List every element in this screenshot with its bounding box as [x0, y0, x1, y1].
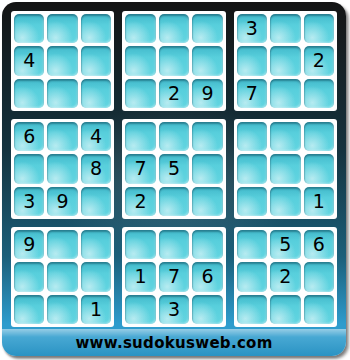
- cell-r4c9[interactable]: [304, 122, 334, 151]
- cell-r8c1[interactable]: [14, 262, 44, 291]
- cell-r4c3: 4: [81, 122, 111, 151]
- cell-r5c2[interactable]: [47, 154, 77, 183]
- sudoku-box-2: 29: [122, 11, 225, 111]
- cell-r6c3[interactable]: [81, 187, 111, 216]
- cell-r5c9[interactable]: [304, 154, 334, 183]
- cell-r1c1[interactable]: [14, 14, 44, 43]
- cell-r9c8[interactable]: [270, 295, 300, 324]
- cell-r5c3: 8: [81, 154, 111, 183]
- sudoku-box-3: 327: [234, 11, 337, 111]
- cell-r5c1[interactable]: [14, 154, 44, 183]
- cell-r6c8[interactable]: [270, 187, 300, 216]
- sudoku-box-1: 4: [11, 11, 114, 111]
- cell-r4c4[interactable]: [125, 122, 155, 151]
- cell-r6c7[interactable]: [237, 187, 267, 216]
- sudoku-box-4: 64839: [11, 119, 114, 219]
- sudoku-board-frame: 429327648397521911763562 www.sudokusweb.…: [2, 2, 346, 356]
- cell-r8c2[interactable]: [47, 262, 77, 291]
- sudoku-grid: 429327648397521911763562: [11, 11, 337, 327]
- cell-r6c6[interactable]: [192, 187, 222, 216]
- cell-r9c5: 3: [159, 295, 189, 324]
- cell-r9c1[interactable]: [14, 295, 44, 324]
- cell-r6c9: 1: [304, 187, 334, 216]
- cell-r2c4[interactable]: [125, 46, 155, 75]
- cell-r7c1: 9: [14, 230, 44, 259]
- cell-r9c6[interactable]: [192, 295, 222, 324]
- cell-r4c7[interactable]: [237, 122, 267, 151]
- sudoku-box-5: 752: [122, 119, 225, 219]
- cell-r4c5[interactable]: [159, 122, 189, 151]
- cell-r7c4[interactable]: [125, 230, 155, 259]
- cell-r5c4: 7: [125, 154, 155, 183]
- cell-r3c3[interactable]: [81, 79, 111, 108]
- cell-r3c5: 2: [159, 79, 189, 108]
- cell-r8c3[interactable]: [81, 262, 111, 291]
- cell-r9c2[interactable]: [47, 295, 77, 324]
- cell-r2c1: 4: [14, 46, 44, 75]
- cell-r3c9[interactable]: [304, 79, 334, 108]
- cell-r3c1[interactable]: [14, 79, 44, 108]
- cell-r6c4: 2: [125, 187, 155, 216]
- cell-r8c4: 1: [125, 262, 155, 291]
- cell-r3c2[interactable]: [47, 79, 77, 108]
- cell-r8c7[interactable]: [237, 262, 267, 291]
- cell-r8c6: 6: [192, 262, 222, 291]
- cell-r1c6[interactable]: [192, 14, 222, 43]
- cell-r7c9: 6: [304, 230, 334, 259]
- cell-r2c5[interactable]: [159, 46, 189, 75]
- cell-r5c7[interactable]: [237, 154, 267, 183]
- cell-r7c7[interactable]: [237, 230, 267, 259]
- cell-r9c3: 1: [81, 295, 111, 324]
- cell-r4c2[interactable]: [47, 122, 77, 151]
- cell-r9c4[interactable]: [125, 295, 155, 324]
- cell-r3c4[interactable]: [125, 79, 155, 108]
- cell-r1c2[interactable]: [47, 14, 77, 43]
- cell-r9c9[interactable]: [304, 295, 334, 324]
- cell-r1c9[interactable]: [304, 14, 334, 43]
- cell-r8c5: 7: [159, 262, 189, 291]
- cell-r2c7[interactable]: [237, 46, 267, 75]
- cell-r2c9: 2: [304, 46, 334, 75]
- sudoku-box-6: 1: [234, 119, 337, 219]
- cell-r7c2[interactable]: [47, 230, 77, 259]
- cell-r3c6: 9: [192, 79, 222, 108]
- cell-r2c3[interactable]: [81, 46, 111, 75]
- cell-r1c8[interactable]: [270, 14, 300, 43]
- cell-r7c5[interactable]: [159, 230, 189, 259]
- cell-r2c8[interactable]: [270, 46, 300, 75]
- cell-r5c8[interactable]: [270, 154, 300, 183]
- cell-r1c7: 3: [237, 14, 267, 43]
- cell-r1c3[interactable]: [81, 14, 111, 43]
- cell-r4c6[interactable]: [192, 122, 222, 151]
- cell-r4c8[interactable]: [270, 122, 300, 151]
- cell-r8c8: 2: [270, 262, 300, 291]
- cell-r8c9[interactable]: [304, 262, 334, 291]
- cell-r1c4[interactable]: [125, 14, 155, 43]
- cell-r4c1: 6: [14, 122, 44, 151]
- cell-r6c1: 3: [14, 187, 44, 216]
- sudoku-box-8: 1763: [122, 227, 225, 327]
- cell-r7c8: 5: [270, 230, 300, 259]
- cell-r5c6[interactable]: [192, 154, 222, 183]
- cell-r7c6[interactable]: [192, 230, 222, 259]
- cell-r3c8[interactable]: [270, 79, 300, 108]
- cell-r2c2[interactable]: [47, 46, 77, 75]
- cell-r9c7[interactable]: [237, 295, 267, 324]
- cell-r7c3[interactable]: [81, 230, 111, 259]
- cell-r3c7: 7: [237, 79, 267, 108]
- sudoku-box-9: 562: [234, 227, 337, 327]
- cell-r6c5[interactable]: [159, 187, 189, 216]
- cell-r1c5[interactable]: [159, 14, 189, 43]
- sudoku-box-7: 91: [11, 227, 114, 327]
- cell-r6c2: 9: [47, 187, 77, 216]
- cell-r2c6[interactable]: [192, 46, 222, 75]
- cell-r5c5: 5: [159, 154, 189, 183]
- website-url: www.sudokusweb.com: [2, 329, 346, 356]
